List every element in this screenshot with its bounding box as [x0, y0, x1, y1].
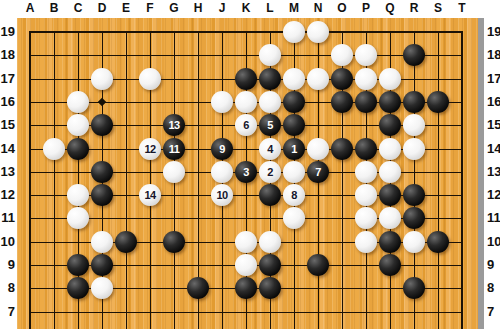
stone-white-F12-move-14: 14 [139, 184, 161, 206]
stone-black-Q10 [379, 231, 401, 253]
row-label-right-9: 9 [487, 257, 500, 273]
stone-white-L18 [259, 44, 281, 66]
stone-black-R8 [403, 277, 425, 299]
stone-white-L14-move-4: 4 [259, 138, 281, 160]
stone-black-K13-move-3: 3 [235, 161, 257, 183]
stone-black-R12 [403, 184, 425, 206]
row-label-left-7: 7 [0, 304, 15, 320]
column-label-J: J [210, 1, 234, 16]
row-label-left-10: 10 [0, 234, 15, 250]
stone-black-D9 [91, 254, 113, 276]
stone-white-Q11 [379, 207, 401, 229]
stone-white-K16 [235, 91, 257, 113]
stone-white-P12 [355, 184, 377, 206]
column-label-S: S [426, 1, 450, 16]
column-label-C: C [66, 1, 90, 16]
stone-white-M12-move-8: 8 [283, 184, 305, 206]
stone-black-H8 [187, 277, 209, 299]
stone-white-Q14 [379, 138, 401, 160]
stone-white-K15-move-6: 6 [235, 114, 257, 136]
grid-vline-S [438, 31, 439, 329]
row-label-left-13: 13 [0, 164, 15, 180]
row-label-right-13: 13 [487, 164, 500, 180]
stone-white-Q13 [379, 161, 401, 183]
stone-black-O17 [331, 68, 353, 90]
stone-white-D10 [91, 231, 113, 253]
stone-white-P17 [355, 68, 377, 90]
row-label-right-7: 7 [487, 304, 500, 320]
stone-black-G15-move-13: 13 [163, 114, 185, 136]
column-label-N: N [306, 1, 330, 16]
row-label-left-19: 19 [0, 24, 15, 40]
stone-white-M11 [283, 207, 305, 229]
row-label-left-12: 12 [0, 187, 15, 203]
stone-black-D13 [91, 161, 113, 183]
stone-white-M19 [283, 21, 305, 43]
go-board-screen: ABCDEFGHJKLMNOPQRST191918181717161615151… [0, 0, 500, 329]
column-label-Q: Q [378, 1, 402, 16]
column-label-K: K [234, 1, 258, 16]
row-label-left-8: 8 [0, 280, 15, 296]
board-edge-shadow [478, 18, 484, 329]
stone-black-L17 [259, 68, 281, 90]
stone-black-C14 [67, 138, 89, 160]
stone-black-Q15 [379, 114, 401, 136]
stone-black-N13-move-7: 7 [307, 161, 329, 183]
stone-white-Q17 [379, 68, 401, 90]
row-label-right-17: 17 [487, 71, 500, 87]
stone-black-K17 [235, 68, 257, 90]
stone-black-L9 [259, 254, 281, 276]
stone-white-J12-move-10: 10 [211, 184, 233, 206]
stone-white-F17 [139, 68, 161, 90]
stone-white-J16 [211, 91, 233, 113]
stone-black-G14-move-11: 11 [163, 138, 185, 160]
grid-vline-T [461, 31, 463, 329]
stone-white-C15 [67, 114, 89, 136]
stone-black-Q12 [379, 184, 401, 206]
stone-black-N9 [307, 254, 329, 276]
stone-white-C12 [67, 184, 89, 206]
stone-white-K9 [235, 254, 257, 276]
stone-white-P11 [355, 207, 377, 229]
stone-white-R15 [403, 114, 425, 136]
row-label-left-18: 18 [0, 47, 15, 63]
stone-white-C11 [67, 207, 89, 229]
stone-white-M13 [283, 161, 305, 183]
row-label-right-11: 11 [487, 210, 500, 226]
stone-black-S16 [427, 91, 449, 113]
stone-white-M17 [283, 68, 305, 90]
column-label-E: E [114, 1, 138, 16]
stone-white-R14 [403, 138, 425, 160]
column-label-T: T [450, 1, 474, 16]
row-label-left-9: 9 [0, 257, 15, 273]
stone-black-R16 [403, 91, 425, 113]
stone-white-B14 [43, 138, 65, 160]
row-label-right-18: 18 [487, 47, 500, 63]
stone-black-O16 [331, 91, 353, 113]
stone-black-D15 [91, 114, 113, 136]
stone-white-F14-move-12: 12 [139, 138, 161, 160]
row-label-right-10: 10 [487, 234, 500, 250]
stone-black-C9 [67, 254, 89, 276]
stone-black-S10 [427, 231, 449, 253]
row-label-right-14: 14 [487, 141, 500, 157]
stone-white-K10 [235, 231, 257, 253]
stone-black-M15 [283, 114, 305, 136]
stone-white-C16 [67, 91, 89, 113]
row-label-left-16: 16 [0, 94, 15, 110]
grid-hline-7 [29, 312, 463, 313]
column-label-M: M [282, 1, 306, 16]
column-label-L: L [258, 1, 282, 16]
stone-white-L10 [259, 231, 281, 253]
grid-hline-19 [29, 31, 463, 33]
stone-white-L16 [259, 91, 281, 113]
row-label-right-12: 12 [487, 187, 500, 203]
column-label-O: O [330, 1, 354, 16]
row-label-right-16: 16 [487, 94, 500, 110]
row-label-right-8: 8 [487, 280, 500, 296]
column-label-B: B [42, 1, 66, 16]
stone-black-J14-move-9: 9 [211, 138, 233, 160]
column-label-G: G [162, 1, 186, 16]
stone-black-E10 [115, 231, 137, 253]
column-label-A: A [18, 1, 42, 16]
stone-white-J13 [211, 161, 233, 183]
grid-vline-E [126, 31, 127, 329]
stone-black-R11 [403, 207, 425, 229]
grid-vline-B [54, 31, 55, 329]
row-label-left-17: 17 [0, 71, 15, 87]
stone-black-L15-move-5: 5 [259, 114, 281, 136]
stone-white-D8 [91, 277, 113, 299]
grid-vline-A [29, 31, 31, 329]
stone-black-Q16 [379, 91, 401, 113]
stone-white-N17 [307, 68, 329, 90]
stone-black-C8 [67, 277, 89, 299]
stone-black-M16 [283, 91, 305, 113]
row-label-left-15: 15 [0, 117, 15, 133]
stone-black-O14 [331, 138, 353, 160]
column-label-H: H [186, 1, 210, 16]
stone-white-L13-move-2: 2 [259, 161, 281, 183]
stone-black-P14 [355, 138, 377, 160]
stone-white-N19 [307, 21, 329, 43]
stone-black-K8 [235, 277, 257, 299]
row-label-left-11: 11 [0, 210, 15, 226]
stone-black-M14-move-1: 1 [283, 138, 305, 160]
stone-black-P16 [355, 91, 377, 113]
row-label-right-15: 15 [487, 117, 500, 133]
stone-white-P18 [355, 44, 377, 66]
stone-black-D12 [91, 184, 113, 206]
stone-white-P10 [355, 231, 377, 253]
stone-black-G10 [163, 231, 185, 253]
column-label-P: P [354, 1, 378, 16]
stone-black-Q9 [379, 254, 401, 276]
grid-hline-18 [29, 55, 463, 56]
column-label-R: R [402, 1, 426, 16]
stone-black-L8 [259, 277, 281, 299]
column-label-F: F [138, 1, 162, 16]
stone-white-D17 [91, 68, 113, 90]
stone-white-G13 [163, 161, 185, 183]
stone-black-L12 [259, 184, 281, 206]
stone-black-R18 [403, 44, 425, 66]
column-label-D: D [90, 1, 114, 16]
stone-white-O18 [331, 44, 353, 66]
stone-white-R10 [403, 231, 425, 253]
row-label-right-19: 19 [487, 24, 500, 40]
row-label-left-14: 14 [0, 141, 15, 157]
stone-white-P13 [355, 161, 377, 183]
stone-white-N14 [307, 138, 329, 160]
